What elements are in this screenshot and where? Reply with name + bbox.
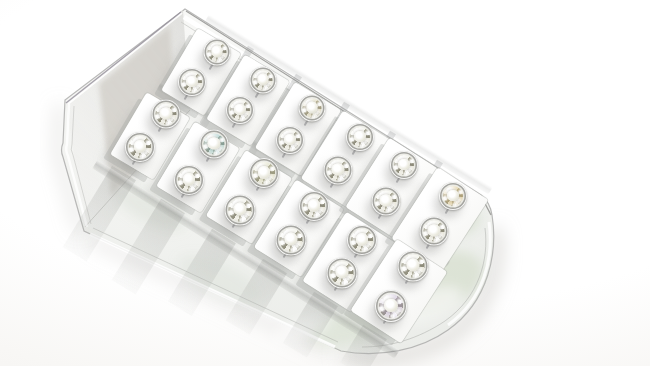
earring-stud (299, 191, 329, 221)
earring-stud (250, 67, 277, 94)
earring-stud (174, 165, 204, 195)
earring-stud (439, 182, 467, 210)
product-photo (0, 0, 650, 366)
earring-stud (327, 258, 358, 289)
earring-stud (204, 39, 231, 66)
earring-stud (152, 100, 181, 129)
earring-stud (226, 96, 254, 124)
earring-stud (276, 225, 307, 256)
earring-stud (276, 126, 304, 154)
earring-stud (420, 217, 449, 246)
earring-stud (372, 187, 401, 216)
earring-stud (200, 130, 229, 159)
earring-stud (178, 68, 206, 96)
earring-stud (225, 195, 256, 226)
earring-stud (390, 151, 418, 179)
earring-stud (249, 158, 279, 188)
earring-stud (398, 251, 429, 282)
earring-stud (299, 95, 326, 122)
earring-display-scene (0, 0, 650, 366)
earring-stud (375, 290, 407, 322)
earring-stud (347, 225, 377, 255)
earring-stud (125, 132, 155, 162)
earring-stud (346, 123, 374, 151)
earring-stud (324, 156, 353, 185)
